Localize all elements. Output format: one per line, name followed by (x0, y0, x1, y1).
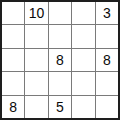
cell-r3c3-empty[interactable] (72, 72, 94, 94)
cell-r2c0-empty[interactable] (2, 49, 24, 71)
cell-r1c4-empty[interactable] (96, 25, 118, 47)
cell-r1c2-empty[interactable] (49, 25, 71, 47)
cell-r2c3-empty[interactable] (72, 49, 94, 71)
cell-r0c1-given[interactable]: 10 (25, 2, 47, 24)
cell-r4c0-given[interactable]: 8 (2, 96, 24, 118)
cell-r4c4-empty[interactable] (96, 96, 118, 118)
cell-r4c2-given[interactable]: 5 (49, 96, 71, 118)
cell-r1c1-empty[interactable] (25, 25, 47, 47)
cell-r2c4-given[interactable]: 8 (96, 49, 118, 71)
cell-r1c3-empty[interactable] (72, 25, 94, 47)
cell-r1c0-empty[interactable] (2, 25, 24, 47)
cell-r4c3-empty[interactable] (72, 96, 94, 118)
puzzle-board: 1038885 (0, 0, 120, 120)
cell-r2c2-given[interactable]: 8 (49, 49, 71, 71)
cell-r0c4-given[interactable]: 3 (96, 2, 118, 24)
cell-r3c1-empty[interactable] (25, 72, 47, 94)
cell-r3c0-empty[interactable] (2, 72, 24, 94)
cell-r3c4-empty[interactable] (96, 72, 118, 94)
cell-r0c0-empty[interactable] (2, 2, 24, 24)
cell-r2c1-empty[interactable] (25, 49, 47, 71)
cell-r0c2-empty[interactable] (49, 2, 71, 24)
cell-r0c3-empty[interactable] (72, 2, 94, 24)
cell-r4c1-empty[interactable] (25, 96, 47, 118)
cell-r3c2-empty[interactable] (49, 72, 71, 94)
